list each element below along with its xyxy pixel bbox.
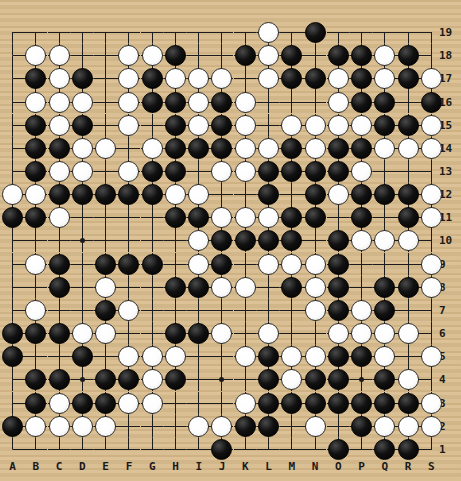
intersection-L17[interactable] [257, 67, 280, 90]
intersection-H3[interactable] [164, 392, 187, 415]
intersection-P11[interactable] [350, 206, 373, 229]
intersection-B16[interactable] [24, 90, 47, 113]
intersection-B15[interactable] [24, 114, 47, 137]
intersection-L12[interactable] [257, 183, 280, 206]
intersection-C12[interactable] [48, 183, 71, 206]
intersection-M4[interactable] [280, 368, 303, 391]
intersection-P9[interactable] [350, 253, 373, 276]
intersection-B18[interactable] [24, 44, 47, 67]
intersection-N7[interactable] [303, 299, 326, 322]
intersection-O17[interactable] [327, 67, 350, 90]
intersection-B6[interactable] [24, 322, 47, 345]
intersection-K6[interactable] [234, 322, 257, 345]
intersection-N10[interactable] [303, 229, 326, 252]
intersection-B5[interactable] [24, 345, 47, 368]
intersection-Q18[interactable] [373, 44, 396, 67]
intersection-N11[interactable] [303, 206, 326, 229]
intersection-N5[interactable] [303, 345, 326, 368]
intersection-B12[interactable] [24, 183, 47, 206]
intersection-L19[interactable] [257, 21, 280, 44]
intersection-F14[interactable] [117, 137, 140, 160]
intersection-K10[interactable] [234, 229, 257, 252]
intersection-L10[interactable] [257, 229, 280, 252]
intersection-K2[interactable] [234, 415, 257, 438]
intersection-O2[interactable] [327, 415, 350, 438]
intersection-M11[interactable] [280, 206, 303, 229]
intersection-M18[interactable] [280, 44, 303, 67]
intersection-E10[interactable] [94, 229, 117, 252]
intersection-N6[interactable] [303, 322, 326, 345]
intersection-R2[interactable] [396, 415, 419, 438]
intersection-E7[interactable] [94, 299, 117, 322]
intersection-H8[interactable] [164, 276, 187, 299]
intersection-D15[interactable] [71, 114, 94, 137]
intersection-A16[interactable] [1, 90, 24, 113]
intersection-P14[interactable] [350, 137, 373, 160]
intersection-B8[interactable] [24, 276, 47, 299]
intersection-D10[interactable] [71, 229, 94, 252]
intersection-O14[interactable] [327, 137, 350, 160]
intersection-F15[interactable] [117, 114, 140, 137]
intersection-E16[interactable] [94, 90, 117, 113]
intersection-G6[interactable] [141, 322, 164, 345]
intersection-P12[interactable] [350, 183, 373, 206]
intersection-Q2[interactable] [373, 415, 396, 438]
intersection-K7[interactable] [234, 299, 257, 322]
intersection-R5[interactable] [396, 345, 419, 368]
intersection-A8[interactable] [1, 276, 24, 299]
intersection-L6[interactable] [257, 322, 280, 345]
intersection-A18[interactable] [1, 44, 24, 67]
intersection-D13[interactable] [71, 160, 94, 183]
intersection-L14[interactable] [257, 137, 280, 160]
intersection-M14[interactable] [280, 137, 303, 160]
intersection-R19[interactable] [396, 21, 419, 44]
intersection-L9[interactable] [257, 253, 280, 276]
intersection-I5[interactable] [187, 345, 210, 368]
intersection-D8[interactable] [71, 276, 94, 299]
intersection-O8[interactable] [327, 276, 350, 299]
intersection-F7[interactable] [117, 299, 140, 322]
intersection-E5[interactable] [94, 345, 117, 368]
intersection-P4[interactable] [350, 368, 373, 391]
intersection-A5[interactable] [1, 345, 24, 368]
intersection-F9[interactable] [117, 253, 140, 276]
intersection-K18[interactable] [234, 44, 257, 67]
intersection-M2[interactable] [280, 415, 303, 438]
intersection-Q6[interactable] [373, 322, 396, 345]
intersection-O18[interactable] [327, 44, 350, 67]
intersection-J3[interactable] [210, 392, 233, 415]
intersection-H18[interactable] [164, 44, 187, 67]
intersection-C6[interactable] [48, 322, 71, 345]
intersection-C5[interactable] [48, 345, 71, 368]
intersection-P3[interactable] [350, 392, 373, 415]
intersection-I12[interactable] [187, 183, 210, 206]
intersection-I11[interactable] [187, 206, 210, 229]
intersection-G12[interactable] [141, 183, 164, 206]
intersection-B2[interactable] [24, 415, 47, 438]
intersection-A6[interactable] [1, 322, 24, 345]
intersection-J14[interactable] [210, 137, 233, 160]
intersection-C14[interactable] [48, 137, 71, 160]
intersection-G9[interactable] [141, 253, 164, 276]
intersection-C17[interactable] [48, 67, 71, 90]
intersection-F18[interactable] [117, 44, 140, 67]
intersection-N16[interactable] [303, 90, 326, 113]
intersection-Q4[interactable] [373, 368, 396, 391]
intersection-P15[interactable] [350, 114, 373, 137]
intersection-F12[interactable] [117, 183, 140, 206]
intersection-R7[interactable] [396, 299, 419, 322]
intersection-N14[interactable] [303, 137, 326, 160]
intersection-G2[interactable] [141, 415, 164, 438]
intersection-L13[interactable] [257, 160, 280, 183]
intersection-D11[interactable] [71, 206, 94, 229]
intersection-A17[interactable] [1, 67, 24, 90]
intersection-C8[interactable] [48, 276, 71, 299]
intersection-A2[interactable] [1, 415, 24, 438]
intersection-R16[interactable] [396, 90, 419, 113]
intersection-K17[interactable] [234, 67, 257, 90]
intersection-A13[interactable] [1, 160, 24, 183]
intersection-H11[interactable] [164, 206, 187, 229]
intersection-A9[interactable] [1, 253, 24, 276]
intersection-O3[interactable] [327, 392, 350, 415]
intersection-M17[interactable] [280, 67, 303, 90]
intersection-J9[interactable] [210, 253, 233, 276]
intersection-H12[interactable] [164, 183, 187, 206]
intersection-P2[interactable] [350, 415, 373, 438]
intersection-B4[interactable] [24, 368, 47, 391]
intersection-F6[interactable] [117, 322, 140, 345]
intersection-N17[interactable] [303, 67, 326, 90]
intersection-G18[interactable] [141, 44, 164, 67]
intersection-N12[interactable] [303, 183, 326, 206]
intersection-P10[interactable] [350, 229, 373, 252]
intersection-A3[interactable] [1, 392, 24, 415]
intersection-F19[interactable] [117, 21, 140, 44]
intersection-E17[interactable] [94, 67, 117, 90]
intersection-B13[interactable] [24, 160, 47, 183]
intersection-M15[interactable] [280, 114, 303, 137]
intersection-D12[interactable] [71, 183, 94, 206]
intersection-H13[interactable] [164, 160, 187, 183]
intersection-D19[interactable] [71, 21, 94, 44]
intersection-D3[interactable] [71, 392, 94, 415]
intersection-Q8[interactable] [373, 276, 396, 299]
intersection-M3[interactable] [280, 392, 303, 415]
intersection-E14[interactable] [94, 137, 117, 160]
intersection-M7[interactable] [280, 299, 303, 322]
intersection-I17[interactable] [187, 67, 210, 90]
intersection-H10[interactable] [164, 229, 187, 252]
intersection-B17[interactable] [24, 67, 47, 90]
intersection-I16[interactable] [187, 90, 210, 113]
intersection-B7[interactable] [24, 299, 47, 322]
intersection-K3[interactable] [234, 392, 257, 415]
intersection-C4[interactable] [48, 368, 71, 391]
intersection-J8[interactable] [210, 276, 233, 299]
intersection-I7[interactable] [187, 299, 210, 322]
intersection-O15[interactable] [327, 114, 350, 137]
intersection-L15[interactable] [257, 114, 280, 137]
intersection-Q12[interactable] [373, 183, 396, 206]
intersection-K5[interactable] [234, 345, 257, 368]
intersection-J18[interactable] [210, 44, 233, 67]
intersection-L8[interactable] [257, 276, 280, 299]
intersection-O12[interactable] [327, 183, 350, 206]
intersection-M6[interactable] [280, 322, 303, 345]
intersection-K15[interactable] [234, 114, 257, 137]
intersection-L5[interactable] [257, 345, 280, 368]
intersection-J11[interactable] [210, 206, 233, 229]
intersection-B3[interactable] [24, 392, 47, 415]
intersection-A7[interactable] [1, 299, 24, 322]
intersection-G17[interactable] [141, 67, 164, 90]
intersection-K9[interactable] [234, 253, 257, 276]
intersection-G10[interactable] [141, 229, 164, 252]
intersection-E11[interactable] [94, 206, 117, 229]
intersection-I3[interactable] [187, 392, 210, 415]
intersection-G13[interactable] [141, 160, 164, 183]
intersection-F4[interactable] [117, 368, 140, 391]
intersection-O7[interactable] [327, 299, 350, 322]
intersection-L7[interactable] [257, 299, 280, 322]
intersection-N8[interactable] [303, 276, 326, 299]
intersection-I18[interactable] [187, 44, 210, 67]
intersection-N2[interactable] [303, 415, 326, 438]
intersection-I14[interactable] [187, 137, 210, 160]
intersection-C9[interactable] [48, 253, 71, 276]
intersection-J17[interactable] [210, 67, 233, 90]
intersection-I15[interactable] [187, 114, 210, 137]
intersection-D2[interactable] [71, 415, 94, 438]
intersection-D16[interactable] [71, 90, 94, 113]
intersection-J2[interactable] [210, 415, 233, 438]
intersection-C16[interactable] [48, 90, 71, 113]
intersection-F16[interactable] [117, 90, 140, 113]
intersection-L16[interactable] [257, 90, 280, 113]
intersection-M9[interactable] [280, 253, 303, 276]
intersection-C19[interactable] [48, 21, 71, 44]
intersection-M8[interactable] [280, 276, 303, 299]
intersection-H19[interactable] [164, 21, 187, 44]
intersection-D5[interactable] [71, 345, 94, 368]
intersection-D7[interactable] [71, 299, 94, 322]
intersection-I10[interactable] [187, 229, 210, 252]
intersection-G19[interactable] [141, 21, 164, 44]
intersection-G15[interactable] [141, 114, 164, 137]
intersection-A15[interactable] [1, 114, 24, 137]
intersection-L18[interactable] [257, 44, 280, 67]
intersection-R8[interactable] [396, 276, 419, 299]
intersection-O19[interactable] [327, 21, 350, 44]
intersection-N15[interactable] [303, 114, 326, 137]
intersection-R4[interactable] [396, 368, 419, 391]
intersection-Q9[interactable] [373, 253, 396, 276]
intersection-K11[interactable] [234, 206, 257, 229]
intersection-H2[interactable] [164, 415, 187, 438]
intersection-L4[interactable] [257, 368, 280, 391]
intersection-I4[interactable] [187, 368, 210, 391]
intersection-O16[interactable] [327, 90, 350, 113]
intersection-Q10[interactable] [373, 229, 396, 252]
intersection-G3[interactable] [141, 392, 164, 415]
intersection-Q5[interactable] [373, 345, 396, 368]
intersection-P13[interactable] [350, 160, 373, 183]
intersection-G5[interactable] [141, 345, 164, 368]
intersection-F2[interactable] [117, 415, 140, 438]
intersection-K19[interactable] [234, 21, 257, 44]
intersection-J6[interactable] [210, 322, 233, 345]
intersection-I2[interactable] [187, 415, 210, 438]
intersection-Q11[interactable] [373, 206, 396, 229]
intersection-K16[interactable] [234, 90, 257, 113]
intersection-P6[interactable] [350, 322, 373, 345]
intersection-H4[interactable] [164, 368, 187, 391]
intersection-L3[interactable] [257, 392, 280, 415]
intersection-J13[interactable] [210, 160, 233, 183]
intersection-N4[interactable] [303, 368, 326, 391]
intersection-J12[interactable] [210, 183, 233, 206]
intersection-D14[interactable] [71, 137, 94, 160]
intersection-D9[interactable] [71, 253, 94, 276]
intersection-C11[interactable] [48, 206, 71, 229]
intersection-H16[interactable] [164, 90, 187, 113]
intersection-M13[interactable] [280, 160, 303, 183]
intersection-P17[interactable] [350, 67, 373, 90]
intersection-E13[interactable] [94, 160, 117, 183]
intersection-P19[interactable] [350, 21, 373, 44]
intersection-C18[interactable] [48, 44, 71, 67]
intersection-Q15[interactable] [373, 114, 396, 137]
intersection-I19[interactable] [187, 21, 210, 44]
intersection-B14[interactable] [24, 137, 47, 160]
intersection-E6[interactable] [94, 322, 117, 345]
intersection-I8[interactable] [187, 276, 210, 299]
intersection-R11[interactable] [396, 206, 419, 229]
intersection-Q19[interactable] [373, 21, 396, 44]
intersection-N18[interactable] [303, 44, 326, 67]
intersection-L2[interactable] [257, 415, 280, 438]
intersection-H5[interactable] [164, 345, 187, 368]
intersection-J15[interactable] [210, 114, 233, 137]
intersection-K12[interactable] [234, 183, 257, 206]
intersection-J19[interactable] [210, 21, 233, 44]
intersection-Q16[interactable] [373, 90, 396, 113]
intersection-J5[interactable] [210, 345, 233, 368]
intersection-C3[interactable] [48, 392, 71, 415]
intersection-M5[interactable] [280, 345, 303, 368]
intersection-K13[interactable] [234, 160, 257, 183]
intersection-E19[interactable] [94, 21, 117, 44]
intersection-G4[interactable] [141, 368, 164, 391]
intersection-G14[interactable] [141, 137, 164, 160]
intersection-D18[interactable] [71, 44, 94, 67]
intersection-M16[interactable] [280, 90, 303, 113]
intersection-F5[interactable] [117, 345, 140, 368]
intersection-C10[interactable] [48, 229, 71, 252]
intersection-O13[interactable] [327, 160, 350, 183]
intersection-I6[interactable] [187, 322, 210, 345]
intersection-D17[interactable] [71, 67, 94, 90]
intersection-B19[interactable] [24, 21, 47, 44]
intersection-B9[interactable] [24, 253, 47, 276]
intersection-R13[interactable] [396, 160, 419, 183]
intersection-F8[interactable] [117, 276, 140, 299]
intersection-E3[interactable] [94, 392, 117, 415]
intersection-P8[interactable] [350, 276, 373, 299]
intersection-O11[interactable] [327, 206, 350, 229]
intersection-E15[interactable] [94, 114, 117, 137]
intersection-H7[interactable] [164, 299, 187, 322]
intersection-K4[interactable] [234, 368, 257, 391]
intersection-J16[interactable] [210, 90, 233, 113]
intersection-Q17[interactable] [373, 67, 396, 90]
intersection-R14[interactable] [396, 137, 419, 160]
intersection-G8[interactable] [141, 276, 164, 299]
intersection-E8[interactable] [94, 276, 117, 299]
intersection-N13[interactable] [303, 160, 326, 183]
intersection-A4[interactable] [1, 368, 24, 391]
intersection-F13[interactable] [117, 160, 140, 183]
intersection-C13[interactable] [48, 160, 71, 183]
intersection-K8[interactable] [234, 276, 257, 299]
intersection-H6[interactable] [164, 322, 187, 345]
intersection-A14[interactable] [1, 137, 24, 160]
intersection-E12[interactable] [94, 183, 117, 206]
intersection-O6[interactable] [327, 322, 350, 345]
intersection-N9[interactable] [303, 253, 326, 276]
intersection-J7[interactable] [210, 299, 233, 322]
intersection-R17[interactable] [396, 67, 419, 90]
intersection-B11[interactable] [24, 206, 47, 229]
intersection-R3[interactable] [396, 392, 419, 415]
intersection-L11[interactable] [257, 206, 280, 229]
intersection-R15[interactable] [396, 114, 419, 137]
intersection-F17[interactable] [117, 67, 140, 90]
intersection-O5[interactable] [327, 345, 350, 368]
intersection-P7[interactable] [350, 299, 373, 322]
intersection-F11[interactable] [117, 206, 140, 229]
intersection-M12[interactable] [280, 183, 303, 206]
intersection-P16[interactable] [350, 90, 373, 113]
intersection-H9[interactable] [164, 253, 187, 276]
intersection-Q14[interactable] [373, 137, 396, 160]
intersection-I13[interactable] [187, 160, 210, 183]
intersection-N3[interactable] [303, 392, 326, 415]
intersection-R12[interactable] [396, 183, 419, 206]
intersection-H15[interactable] [164, 114, 187, 137]
intersection-E18[interactable] [94, 44, 117, 67]
intersection-A11[interactable] [1, 206, 24, 229]
intersection-J4[interactable] [210, 368, 233, 391]
intersection-C2[interactable] [48, 415, 71, 438]
intersection-G16[interactable] [141, 90, 164, 113]
intersection-R6[interactable] [396, 322, 419, 345]
intersection-G11[interactable] [141, 206, 164, 229]
intersection-N19[interactable] [303, 21, 326, 44]
intersection-R18[interactable] [396, 44, 419, 67]
intersection-M19[interactable] [280, 21, 303, 44]
intersection-R10[interactable] [396, 229, 419, 252]
intersection-M10[interactable] [280, 229, 303, 252]
intersection-G7[interactable] [141, 299, 164, 322]
intersection-P18[interactable] [350, 44, 373, 67]
intersection-H17[interactable] [164, 67, 187, 90]
intersection-A19[interactable] [1, 21, 24, 44]
